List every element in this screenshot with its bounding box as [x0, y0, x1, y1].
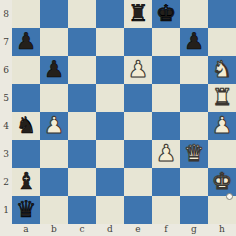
piece-black-knight: ♞ — [12, 112, 40, 140]
square-b5[interactable] — [40, 84, 68, 112]
square-f8[interactable]: ♚ — [152, 0, 180, 28]
piece-white-queen: ♛ — [180, 140, 208, 168]
square-d7[interactable] — [96, 28, 124, 56]
file-label-e: e — [124, 224, 152, 236]
square-b1[interactable] — [40, 196, 68, 224]
square-g4[interactable] — [180, 112, 208, 140]
square-e4[interactable] — [124, 112, 152, 140]
square-h1[interactable] — [208, 196, 236, 224]
square-e5[interactable] — [124, 84, 152, 112]
piece-black-pawn: ♟ — [180, 28, 208, 56]
square-d3[interactable] — [96, 140, 124, 168]
file-labels: abcdefgh — [12, 224, 236, 236]
square-d4[interactable] — [96, 112, 124, 140]
square-b6[interactable]: ♟ — [40, 56, 68, 84]
file-label-g: g — [180, 224, 208, 236]
piece-white-pawn: ♟ — [208, 112, 236, 140]
square-h5[interactable]: ♜ — [208, 84, 236, 112]
square-c8[interactable] — [68, 0, 96, 28]
file-label-b: b — [40, 224, 68, 236]
square-f5[interactable] — [152, 84, 180, 112]
square-g3[interactable]: ♛ — [180, 140, 208, 168]
square-c3[interactable] — [68, 140, 96, 168]
square-c7[interactable] — [68, 28, 96, 56]
square-g2[interactable] — [180, 168, 208, 196]
square-b2[interactable] — [40, 168, 68, 196]
square-f1[interactable] — [152, 196, 180, 224]
square-g1[interactable] — [180, 196, 208, 224]
piece-white-pawn: ♟ — [40, 112, 68, 140]
square-e3[interactable] — [124, 140, 152, 168]
file-label-f: f — [152, 224, 180, 236]
rank-label-4: 4 — [0, 112, 12, 140]
square-f4[interactable] — [152, 112, 180, 140]
rank-label-6: 6 — [0, 56, 12, 84]
square-h7[interactable] — [208, 28, 236, 56]
square-c6[interactable] — [68, 56, 96, 84]
square-f2[interactable] — [152, 168, 180, 196]
square-a5[interactable] — [12, 84, 40, 112]
rank-label-7: 7 — [0, 28, 12, 56]
square-f6[interactable] — [152, 56, 180, 84]
square-d5[interactable] — [96, 84, 124, 112]
square-g7[interactable]: ♟ — [180, 28, 208, 56]
piece-black-rook: ♜ — [124, 0, 152, 28]
square-h3[interactable] — [208, 140, 236, 168]
square-h2[interactable]: ♚ — [208, 168, 236, 196]
square-f7[interactable] — [152, 28, 180, 56]
square-c4[interactable] — [68, 112, 96, 140]
chess-board[interactable]: ♜♚♟♟♟♟♞♜♞♟♟♟♛♝♚♛ — [12, 0, 236, 224]
piece-black-pawn: ♟ — [40, 56, 68, 84]
square-e1[interactable] — [124, 196, 152, 224]
square-a7[interactable]: ♟ — [12, 28, 40, 56]
square-g5[interactable] — [180, 84, 208, 112]
square-e6[interactable]: ♟ — [124, 56, 152, 84]
rank-label-1: 1 — [0, 196, 12, 224]
square-b3[interactable] — [40, 140, 68, 168]
square-b8[interactable] — [40, 0, 68, 28]
square-b7[interactable] — [40, 28, 68, 56]
rank-label-2: 2 — [0, 168, 12, 196]
square-c5[interactable] — [68, 84, 96, 112]
chess-diagram: 87654321 ♜♚♟♟♟♟♞♜♞♟♟♟♛♝♚♛ abcdefgh — [0, 0, 236, 236]
rank-label-5: 5 — [0, 84, 12, 112]
piece-white-king: ♚ — [208, 168, 236, 196]
rank-labels: 87654321 — [0, 0, 12, 224]
square-a3[interactable] — [12, 140, 40, 168]
piece-white-pawn: ♟ — [124, 56, 152, 84]
square-d6[interactable] — [96, 56, 124, 84]
square-c2[interactable] — [68, 168, 96, 196]
piece-white-pawn: ♟ — [152, 140, 180, 168]
square-d2[interactable] — [96, 168, 124, 196]
square-e8[interactable]: ♜ — [124, 0, 152, 28]
square-d8[interactable] — [96, 0, 124, 28]
square-h4[interactable]: ♟ — [208, 112, 236, 140]
piece-black-king: ♚ — [152, 0, 180, 28]
piece-white-knight: ♞ — [208, 56, 236, 84]
square-a4[interactable]: ♞ — [12, 112, 40, 140]
white-to-move-indicator — [226, 193, 233, 200]
square-a6[interactable] — [12, 56, 40, 84]
file-label-d: d — [96, 224, 124, 236]
square-f3[interactable]: ♟ — [152, 140, 180, 168]
piece-black-queen: ♛ — [12, 196, 40, 224]
square-b4[interactable]: ♟ — [40, 112, 68, 140]
piece-white-rook: ♜ — [208, 84, 236, 112]
square-a2[interactable]: ♝ — [12, 168, 40, 196]
square-g8[interactable] — [180, 0, 208, 28]
square-h6[interactable]: ♞ — [208, 56, 236, 84]
square-a8[interactable] — [12, 0, 40, 28]
square-d1[interactable] — [96, 196, 124, 224]
rank-label-3: 3 — [0, 140, 12, 168]
file-label-h: h — [208, 224, 236, 236]
square-g6[interactable] — [180, 56, 208, 84]
piece-black-pawn: ♟ — [12, 28, 40, 56]
square-c1[interactable] — [68, 196, 96, 224]
piece-black-bishop: ♝ — [12, 168, 40, 196]
square-a1[interactable]: ♛ — [12, 196, 40, 224]
square-e7[interactable] — [124, 28, 152, 56]
file-label-c: c — [68, 224, 96, 236]
rank-label-8: 8 — [0, 0, 12, 28]
square-e2[interactable] — [124, 168, 152, 196]
file-label-a: a — [12, 224, 40, 236]
square-h8[interactable] — [208, 0, 236, 28]
